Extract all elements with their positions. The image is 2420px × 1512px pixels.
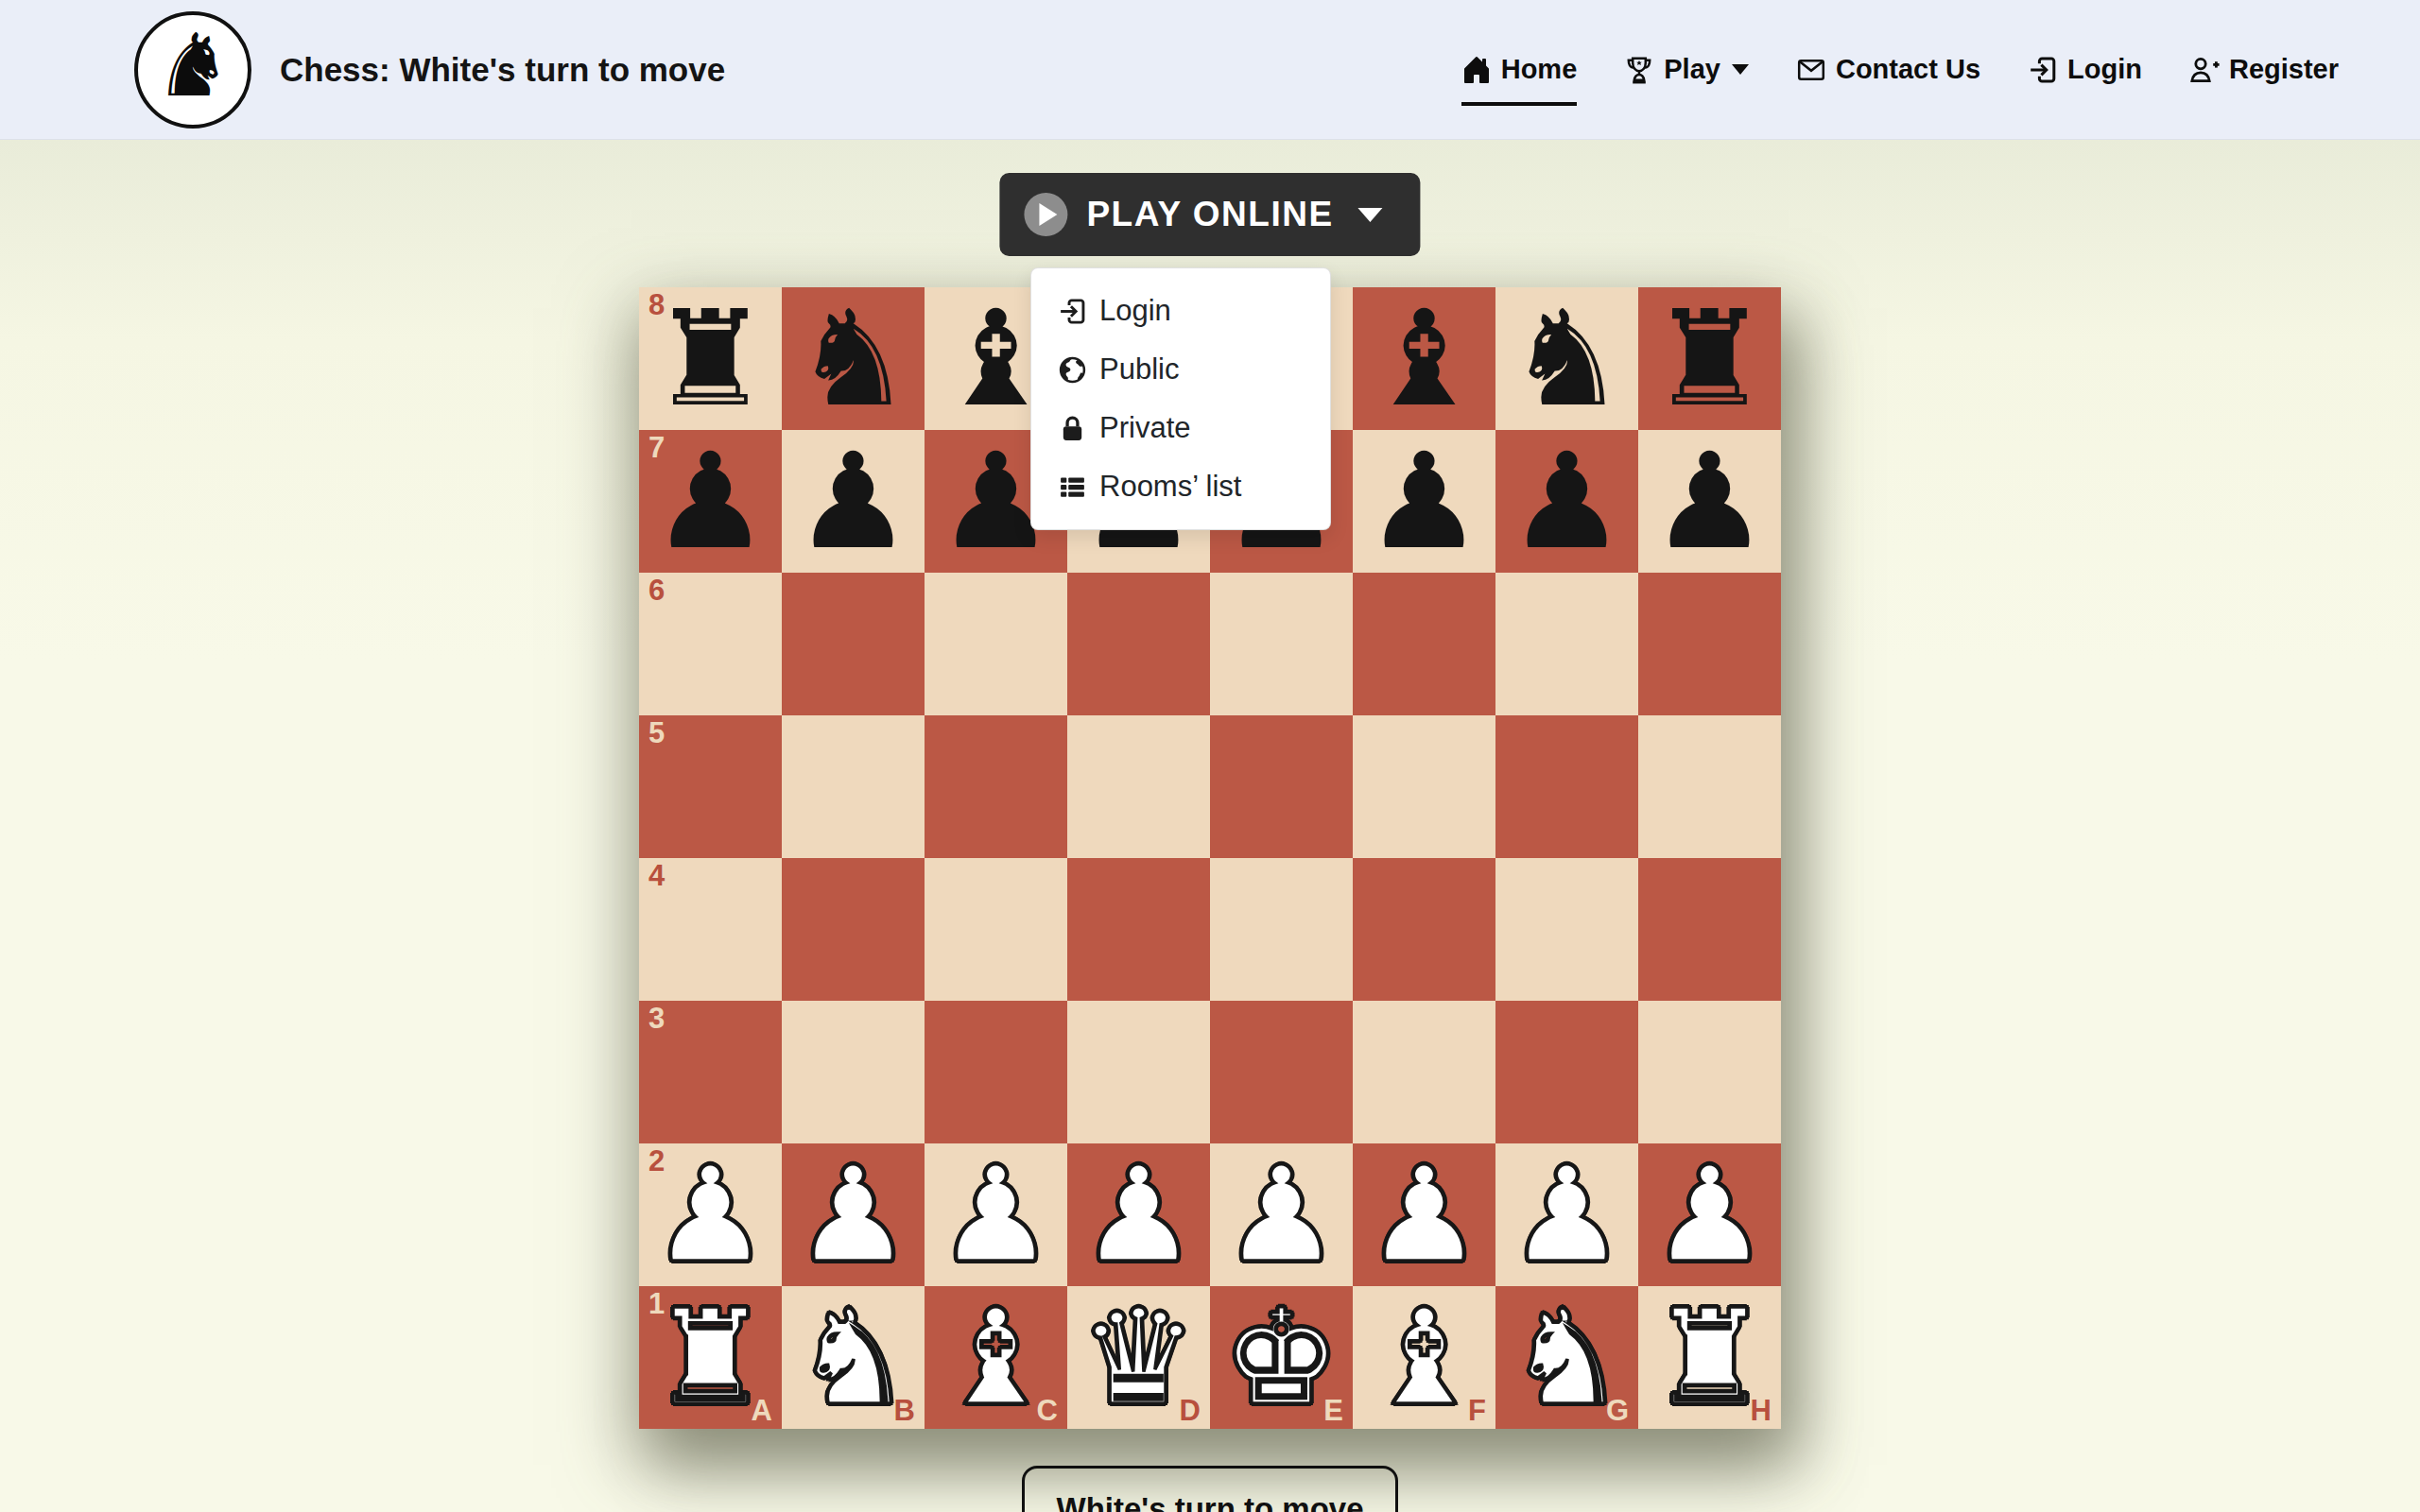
play-online-dropdown: Login Public Private [1030, 267, 1331, 530]
piece-white-pawn[interactable]: ♟ [1210, 1143, 1353, 1286]
piece-white-pawn[interactable]: ♟ [782, 1143, 925, 1286]
turn-status-box: White's turn to move [1022, 1466, 1398, 1512]
square-b2[interactable]: ♟ [782, 1143, 925, 1286]
square-g5[interactable] [1495, 715, 1638, 858]
square-f3[interactable] [1353, 1001, 1495, 1143]
square-c2[interactable]: ♟ [925, 1143, 1067, 1286]
square-a1[interactable]: 1A♜ [639, 1286, 782, 1429]
menu-item-label: Private [1099, 411, 1190, 445]
rank-label: 5 [648, 717, 665, 749]
menu-item-label: Login [1099, 294, 1171, 328]
piece-white-pawn[interactable]: ♟ [925, 1143, 1067, 1286]
piece-white-rook[interactable]: ♜ [1638, 1286, 1781, 1429]
piece-black-pawn[interactable]: ♟ [1353, 430, 1495, 573]
square-e1[interactable]: E♚ [1210, 1286, 1353, 1429]
envelope-icon [1796, 55, 1826, 85]
square-h3[interactable] [1638, 1001, 1781, 1143]
square-a4[interactable]: 4 [639, 858, 782, 1001]
square-f2[interactable]: ♟ [1353, 1143, 1495, 1286]
login-icon [1058, 297, 1087, 326]
turn-status-text: White's turn to move [1056, 1491, 1363, 1512]
caret-down-icon [1358, 208, 1383, 222]
menu-item-private[interactable]: Private [1031, 399, 1330, 457]
square-g3[interactable] [1495, 1001, 1638, 1143]
nav-label: Login [2067, 54, 2142, 85]
square-d1[interactable]: D♛ [1067, 1286, 1210, 1429]
person-plus-icon [2189, 55, 2220, 85]
piece-black-rook[interactable]: ♜ [1638, 287, 1781, 430]
square-f6[interactable] [1353, 573, 1495, 715]
piece-black-pawn[interactable]: ♟ [1638, 430, 1781, 573]
square-e5[interactable] [1210, 715, 1353, 858]
square-b3[interactable] [782, 1001, 925, 1143]
nav-item-play[interactable]: Play [1624, 54, 1749, 85]
square-g1[interactable]: G♞ [1495, 1286, 1638, 1429]
square-f8[interactable]: ♝ [1353, 287, 1495, 430]
square-g4[interactable] [1495, 858, 1638, 1001]
square-e2[interactable]: ♟ [1210, 1143, 1353, 1286]
square-a2[interactable]: 2♟ [639, 1143, 782, 1286]
piece-white-bishop[interactable]: ♝ [925, 1286, 1067, 1429]
nav-item-register[interactable]: Register [2189, 54, 2339, 85]
piece-white-queen[interactable]: ♛ [1067, 1286, 1210, 1429]
nav-label: Home [1501, 54, 1578, 85]
square-a7[interactable]: 7♟ [639, 430, 782, 573]
square-h8[interactable]: ♜ [1638, 287, 1781, 430]
piece-black-knight[interactable]: ♞ [1495, 287, 1638, 430]
play-online-label: PLAY ONLINE [1086, 195, 1333, 234]
square-c4[interactable] [925, 858, 1067, 1001]
square-f4[interactable] [1353, 858, 1495, 1001]
square-b5[interactable] [782, 715, 925, 858]
square-c3[interactable] [925, 1001, 1067, 1143]
piece-white-pawn[interactable]: ♟ [1638, 1143, 1781, 1286]
square-a8[interactable]: 8♜ [639, 287, 782, 430]
menu-item-public[interactable]: Public [1031, 340, 1330, 399]
square-g7[interactable]: ♟ [1495, 430, 1638, 573]
piece-white-knight[interactable]: ♞ [1495, 1286, 1638, 1429]
nav-label: Register [2229, 54, 2339, 85]
square-h6[interactable] [1638, 573, 1781, 715]
caret-down-icon [1732, 64, 1749, 75]
square-g8[interactable]: ♞ [1495, 287, 1638, 430]
square-h2[interactable]: ♟ [1638, 1143, 1781, 1286]
square-d4[interactable] [1067, 858, 1210, 1001]
square-b6[interactable] [782, 573, 925, 715]
square-c5[interactable] [925, 715, 1067, 858]
square-h5[interactable] [1638, 715, 1781, 858]
menu-item-label: Rooms’ list [1099, 470, 1241, 504]
piece-white-pawn[interactable]: ♟ [1067, 1143, 1210, 1286]
piece-black-pawn[interactable]: ♟ [782, 430, 925, 573]
square-e6[interactable] [1210, 573, 1353, 715]
main-nav: Home Play [1461, 54, 2339, 85]
nav-item-contact-us[interactable]: Contact Us [1796, 54, 1980, 85]
piece-black-pawn[interactable]: ♟ [1495, 430, 1638, 573]
square-c1[interactable]: C♝ [925, 1286, 1067, 1429]
site-logo[interactable]: ♞ [134, 11, 251, 129]
square-f7[interactable]: ♟ [1353, 430, 1495, 573]
play-online-button[interactable]: PLAY ONLINE [999, 173, 1420, 256]
piece-white-bishop[interactable]: ♝ [1353, 1286, 1495, 1429]
square-f5[interactable] [1353, 715, 1495, 858]
square-d5[interactable] [1067, 715, 1210, 858]
login-icon [2028, 55, 2058, 85]
piece-white-pawn[interactable]: ♟ [1353, 1143, 1495, 1286]
rank-label: 6 [648, 575, 665, 607]
active-tab-indicator [1461, 102, 1578, 106]
piece-white-king[interactable]: ♚ [1210, 1286, 1353, 1429]
square-c6[interactable] [925, 573, 1067, 715]
piece-white-rook[interactable]: ♜ [639, 1286, 782, 1429]
menu-item-label: Public [1099, 352, 1179, 387]
horse-head-icon: ♞ [154, 23, 232, 110]
square-e4[interactable] [1210, 858, 1353, 1001]
square-d2[interactable]: ♟ [1067, 1143, 1210, 1286]
square-h4[interactable] [1638, 858, 1781, 1001]
square-h7[interactable]: ♟ [1638, 430, 1781, 573]
square-b7[interactable]: ♟ [782, 430, 925, 573]
rank-label: 3 [648, 1003, 665, 1035]
piece-black-rook[interactable]: ♜ [639, 287, 782, 430]
piece-black-pawn[interactable]: ♟ [639, 430, 782, 573]
rank-label: 4 [648, 860, 665, 892]
square-d3[interactable] [1067, 1001, 1210, 1143]
lock-icon [1058, 414, 1087, 443]
nav-item-home[interactable]: Home [1461, 54, 1578, 85]
piece-white-pawn[interactable]: ♟ [639, 1143, 782, 1286]
play-circle-icon [1024, 193, 1067, 236]
list-icon [1058, 472, 1087, 502]
piece-white-pawn[interactable]: ♟ [1495, 1143, 1638, 1286]
square-d6[interactable] [1067, 573, 1210, 715]
square-g6[interactable] [1495, 573, 1638, 715]
square-b8[interactable]: ♞ [782, 287, 925, 430]
menu-item-rooms-list[interactable]: Rooms’ list [1031, 457, 1330, 516]
navbar: ♞ Chess: White's turn to move Home [0, 0, 2420, 140]
page-title-app: Chess: [280, 51, 390, 88]
home-icon [1461, 55, 1492, 85]
nav-label: Contact Us [1836, 54, 1980, 85]
nav-item-login[interactable]: Login [2028, 54, 2142, 85]
globe-icon [1058, 355, 1087, 385]
square-e3[interactable] [1210, 1001, 1353, 1143]
square-a5[interactable]: 5 [639, 715, 782, 858]
page-title-status: White's turn to move [399, 51, 725, 88]
square-b1[interactable]: B♞ [782, 1286, 925, 1429]
square-a6[interactable]: 6 [639, 573, 782, 715]
menu-item-login[interactable]: Login [1031, 282, 1330, 340]
square-f1[interactable]: F♝ [1353, 1286, 1495, 1429]
square-a3[interactable]: 3 [639, 1001, 782, 1143]
piece-black-bishop[interactable]: ♝ [1353, 287, 1495, 430]
square-g2[interactable]: ♟ [1495, 1143, 1638, 1286]
piece-white-knight[interactable]: ♞ [782, 1286, 925, 1429]
square-h1[interactable]: H♜ [1638, 1286, 1781, 1429]
nav-label: Play [1664, 54, 1720, 85]
square-b4[interactable] [782, 858, 925, 1001]
trophy-icon [1624, 55, 1654, 85]
page-title: Chess: White's turn to move [280, 51, 725, 89]
piece-black-knight[interactable]: ♞ [782, 287, 925, 430]
